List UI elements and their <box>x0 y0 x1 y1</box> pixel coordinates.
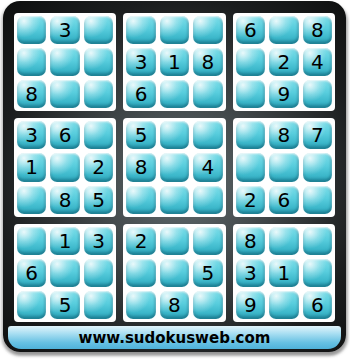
cell-r6c3[interactable]: 2 <box>126 227 155 255</box>
box-r0c2: 68249 <box>233 13 335 111</box>
cell-r5c8[interactable] <box>303 186 332 214</box>
cell-r4c6[interactable] <box>236 153 265 181</box>
cell-r3c5[interactable] <box>193 121 222 149</box>
cell-r5c6[interactable]: 2 <box>236 186 265 214</box>
cell-r2c6[interactable] <box>236 80 265 108</box>
cell-r4c5[interactable]: 4 <box>193 153 222 181</box>
cell-r8c6[interactable]: 9 <box>236 291 265 319</box>
cell-r5c5[interactable] <box>193 186 222 214</box>
cell-r3c2[interactable] <box>84 121 113 149</box>
cell-r8c7[interactable] <box>269 291 298 319</box>
cell-r6c5[interactable] <box>193 227 222 255</box>
page: 383186682493612855848726136525883196 www… <box>0 0 350 360</box>
cell-r5c7[interactable]: 6 <box>269 186 298 214</box>
cell-r6c8[interactable] <box>303 227 332 255</box>
cell-r5c1[interactable]: 8 <box>50 186 79 214</box>
cell-r2c5[interactable] <box>193 80 222 108</box>
cell-r0c1[interactable]: 3 <box>50 16 79 44</box>
cell-r7c3[interactable] <box>126 259 155 287</box>
cell-r7c1[interactable] <box>50 259 79 287</box>
cell-r0c7[interactable] <box>269 16 298 44</box>
box-r2c2: 83196 <box>233 224 335 322</box>
cell-r0c0[interactable] <box>17 16 46 44</box>
cell-r4c7[interactable] <box>269 153 298 181</box>
box-r2c0: 1365 <box>14 224 116 322</box>
cell-r2c4[interactable] <box>160 80 189 108</box>
box-r0c1: 3186 <box>123 13 225 111</box>
cell-r7c8[interactable] <box>303 259 332 287</box>
cell-r5c4[interactable] <box>160 186 189 214</box>
cell-r3c6[interactable] <box>236 121 265 149</box>
cell-r3c4[interactable] <box>160 121 189 149</box>
cell-r0c6[interactable]: 6 <box>236 16 265 44</box>
cell-r8c8[interactable]: 6 <box>303 291 332 319</box>
cell-r7c0[interactable]: 6 <box>17 259 46 287</box>
sudoku-grid: 383186682493612855848726136525883196 <box>14 13 335 322</box>
cell-r8c5[interactable] <box>193 291 222 319</box>
cell-r8c2[interactable] <box>84 291 113 319</box>
footer-band: www.sudokusweb.com <box>8 326 341 349</box>
cell-r3c3[interactable]: 5 <box>126 121 155 149</box>
cell-r8c4[interactable]: 8 <box>160 291 189 319</box>
cell-r0c5[interactable] <box>193 16 222 44</box>
cell-r5c3[interactable] <box>126 186 155 214</box>
cell-r7c4[interactable] <box>160 259 189 287</box>
cell-r1c0[interactable] <box>17 48 46 76</box>
website-link[interactable]: www.sudokusweb.com <box>79 329 271 347</box>
cell-r1c6[interactable] <box>236 48 265 76</box>
cell-r8c3[interactable] <box>126 291 155 319</box>
cell-r6c1[interactable]: 1 <box>50 227 79 255</box>
cell-r4c1[interactable] <box>50 153 79 181</box>
cell-r5c2[interactable]: 5 <box>84 186 113 214</box>
cell-r1c4[interactable]: 1 <box>160 48 189 76</box>
cell-r3c8[interactable]: 7 <box>303 121 332 149</box>
cell-r4c8[interactable] <box>303 153 332 181</box>
cell-r3c7[interactable]: 8 <box>269 121 298 149</box>
cell-r7c2[interactable] <box>84 259 113 287</box>
box-r0c0: 38 <box>14 13 116 111</box>
cell-r1c1[interactable] <box>50 48 79 76</box>
cell-r1c7[interactable]: 2 <box>269 48 298 76</box>
cell-r7c7[interactable]: 1 <box>269 259 298 287</box>
sudoku-board: 383186682493612855848726136525883196 www… <box>3 1 346 352</box>
cell-r3c1[interactable]: 6 <box>50 121 79 149</box>
cell-r6c7[interactable] <box>269 227 298 255</box>
cell-r7c5[interactable]: 5 <box>193 259 222 287</box>
cell-r0c4[interactable] <box>160 16 189 44</box>
cell-r2c1[interactable] <box>50 80 79 108</box>
cell-r7c6[interactable]: 3 <box>236 259 265 287</box>
box-r1c0: 361285 <box>14 118 116 216</box>
cell-r2c0[interactable]: 8 <box>17 80 46 108</box>
cell-r2c8[interactable] <box>303 80 332 108</box>
cell-r4c2[interactable]: 2 <box>84 153 113 181</box>
cell-r0c8[interactable]: 8 <box>303 16 332 44</box>
box-r1c2: 8726 <box>233 118 335 216</box>
box-r2c1: 258 <box>123 224 225 322</box>
cell-r8c0[interactable] <box>17 291 46 319</box>
cell-r6c4[interactable] <box>160 227 189 255</box>
cell-r2c7[interactable]: 9 <box>269 80 298 108</box>
cell-r6c0[interactable] <box>17 227 46 255</box>
cell-r8c1[interactable]: 5 <box>50 291 79 319</box>
cell-r0c2[interactable] <box>84 16 113 44</box>
cell-r4c0[interactable]: 1 <box>17 153 46 181</box>
cell-r1c5[interactable]: 8 <box>193 48 222 76</box>
cell-r2c3[interactable]: 6 <box>126 80 155 108</box>
cell-r3c0[interactable]: 3 <box>17 121 46 149</box>
cell-r2c2[interactable] <box>84 80 113 108</box>
cell-r4c4[interactable] <box>160 153 189 181</box>
cell-r1c2[interactable] <box>84 48 113 76</box>
cell-r5c0[interactable] <box>17 186 46 214</box>
box-r1c1: 584 <box>123 118 225 216</box>
cell-r6c6[interactable]: 8 <box>236 227 265 255</box>
cell-r6c2[interactable]: 3 <box>84 227 113 255</box>
cell-r0c3[interactable] <box>126 16 155 44</box>
cell-r1c3[interactable]: 3 <box>126 48 155 76</box>
cell-r1c8[interactable]: 4 <box>303 48 332 76</box>
cell-r4c3[interactable]: 8 <box>126 153 155 181</box>
